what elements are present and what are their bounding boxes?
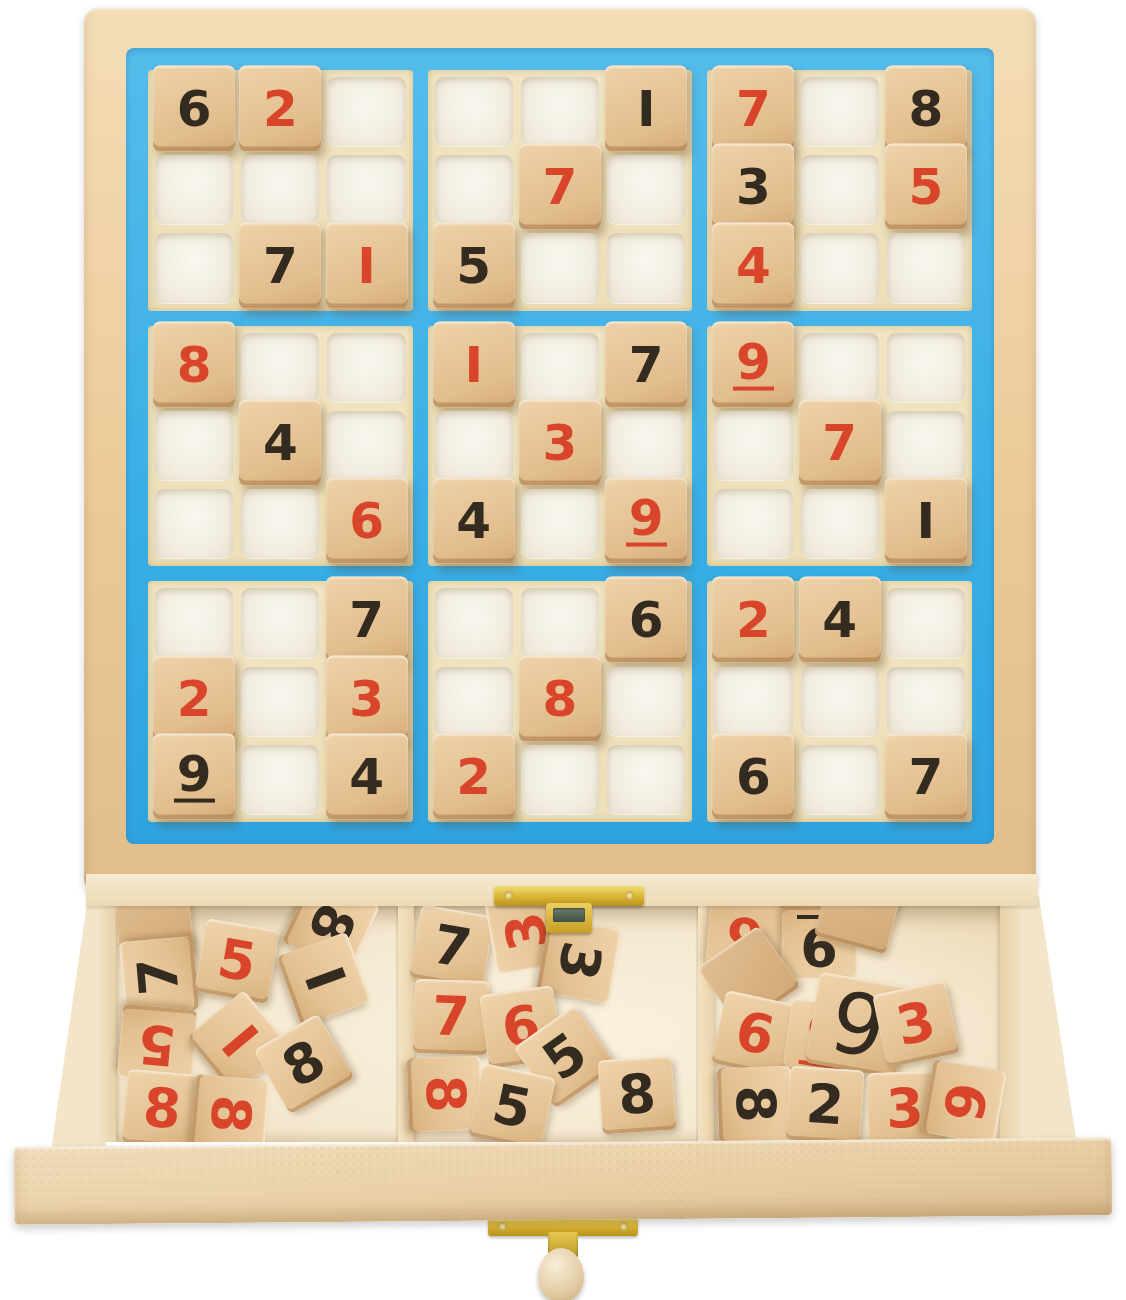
tile-digit: 8: [727, 1084, 782, 1123]
cell-r7c9[interactable]: [887, 588, 965, 658]
tile-digit: 4: [456, 496, 491, 546]
board-tile-r7c8-4[interactable]: 4: [799, 577, 881, 663]
cell-r9c7[interactable]: 6: [714, 745, 792, 815]
tile-digit: 8: [274, 1031, 334, 1097]
cell-r7c1[interactable]: [155, 588, 233, 658]
cell-r3c8[interactable]: [801, 233, 879, 303]
tile-digit: 8: [543, 673, 578, 723]
board-tile-r5c5-3[interactable]: 3: [519, 400, 601, 486]
tile-digit: 7: [130, 955, 187, 997]
cell-r5c9[interactable]: [887, 411, 965, 481]
drawer-tile-7[interactable]: 7: [413, 979, 490, 1056]
tile-digit: 4: [263, 418, 298, 468]
cell-r5c5[interactable]: 3: [521, 411, 599, 481]
drawer-tile-5[interactable]: 5: [194, 918, 280, 1004]
cell-r9c2[interactable]: [241, 745, 319, 815]
board-tile-r7c6-6[interactable]: 6: [605, 577, 687, 663]
board-tile-r9c9-7[interactable]: 7: [885, 733, 967, 819]
board-tile-r4c7-9[interactable]: 9: [712, 321, 794, 407]
cell-r4c8[interactable]: [801, 333, 879, 403]
tile-digit: 8: [177, 339, 212, 389]
cell-r3c6[interactable]: [607, 233, 685, 303]
tile-digit: I: [637, 84, 656, 134]
cell-r2c5[interactable]: 7: [521, 155, 599, 225]
board-tile-r2c7-3[interactable]: 3: [712, 144, 794, 230]
board-tile-r6c6-9[interactable]: 9: [605, 478, 687, 564]
tile-digit: 9: [174, 750, 215, 802]
cell-r6c6[interactable]: 9: [607, 489, 685, 559]
cell-r1c7[interactable]: 7: [714, 77, 792, 147]
cell-r6c5[interactable]: [521, 489, 599, 559]
cell-r1c2[interactable]: 2: [241, 77, 319, 147]
cell-r3c3[interactable]: I: [327, 233, 405, 303]
cell-r6c4[interactable]: 4: [435, 489, 513, 559]
drawer-tile-8[interactable]: 8: [717, 1066, 794, 1142]
cell-r9c6[interactable]: [607, 745, 685, 815]
block-3-3: 2467: [707, 581, 972, 822]
cell-r1c3[interactable]: [327, 77, 405, 147]
cell-r3c1[interactable]: [155, 233, 233, 303]
cell-r8c2[interactable]: [241, 667, 319, 737]
tile-digit: 2: [456, 751, 491, 801]
cell-r7c3[interactable]: 7: [327, 588, 405, 658]
tile-digit: 6: [731, 1004, 779, 1065]
block-2-2: I7349: [428, 326, 693, 567]
board-tile-r7c7-2[interactable]: 2: [712, 577, 794, 663]
tile-digit: 7: [822, 418, 857, 468]
cell-r7c5[interactable]: [521, 588, 599, 658]
tile-digit: 9: [626, 495, 667, 547]
cell-r3c2[interactable]: 7: [241, 233, 319, 303]
tile-digit: 5: [488, 1077, 536, 1138]
cell-r9c1[interactable]: 9: [155, 745, 233, 815]
tile-digit: 5: [136, 1015, 178, 1072]
cell-r7c6[interactable]: 6: [607, 588, 685, 658]
drawer-tile-8[interactable]: 8: [598, 1056, 677, 1135]
cell-r6c8[interactable]: [801, 489, 879, 559]
screw-icon: [619, 1222, 628, 1231]
screw-icon: [504, 891, 513, 900]
sudoku-board: 627II7578354846I734997I723946822467: [126, 48, 994, 844]
board-tile-r1c9-8[interactable]: 8: [885, 66, 967, 152]
cell-r5c8[interactable]: 7: [801, 411, 879, 481]
cell-r5c2[interactable]: 4: [241, 411, 319, 481]
block-3-2: 682: [428, 581, 693, 822]
tile-digit: 5: [214, 931, 260, 991]
block-1-1: 627I: [148, 70, 413, 311]
tile-digit: 3: [885, 1081, 924, 1136]
drawer-tile-7[interactable]: 7: [409, 904, 495, 990]
cell-r8c7[interactable]: [714, 667, 792, 737]
latch-slot-icon: [553, 908, 585, 922]
tile-digit: 6: [349, 496, 384, 546]
tile-digit: 7: [543, 162, 578, 212]
cell-r6c7[interactable]: [714, 489, 792, 559]
board-tile-r9c4-2[interactable]: 2: [433, 733, 515, 819]
tile-digit: 6: [629, 595, 664, 645]
cell-r1c5[interactable]: [521, 77, 599, 147]
board-tile-r8c5-8[interactable]: 8: [519, 655, 601, 741]
board-tile-r1c7-7[interactable]: 7: [712, 66, 794, 152]
cell-r2c9[interactable]: 5: [887, 155, 965, 225]
board-tile-r6c9-1[interactable]: I: [885, 478, 967, 564]
drawer-tile-2[interactable]: 2: [786, 1066, 865, 1142]
board-tile-r8c1-2[interactable]: 2: [153, 655, 235, 741]
cell-r2c8[interactable]: [801, 155, 879, 225]
cell-r8c9[interactable]: [887, 667, 965, 737]
cell-r5c7[interactable]: [714, 411, 792, 481]
screw-icon: [625, 891, 634, 900]
board-tile-r6c3-6[interactable]: 6: [326, 478, 408, 564]
cell-r4c2[interactable]: [241, 333, 319, 403]
tile-digit: 5: [908, 162, 943, 212]
cell-r3c5[interactable]: [521, 233, 599, 303]
cell-r7c7[interactable]: 2: [714, 588, 792, 658]
tile-digit: 7: [349, 595, 384, 645]
tile-digit: 3: [543, 418, 578, 468]
cell-r8c5[interactable]: 8: [521, 667, 599, 737]
cell-r4c3[interactable]: [327, 333, 405, 403]
board-tile-r7c3-7[interactable]: 7: [326, 577, 408, 663]
tile-digit: 6: [736, 751, 771, 801]
drawer-tile-6[interactable]: 6: [921, 1059, 1007, 1142]
drawer-tile-8[interactable]: 8: [190, 1074, 270, 1142]
cell-r9c8[interactable]: [801, 745, 879, 815]
tile-digit: 2: [736, 595, 771, 645]
tile-digit: 4: [736, 240, 771, 290]
block-2-1: 846: [148, 326, 413, 567]
cell-r2c4[interactable]: [435, 155, 513, 225]
drawer-tile-3[interactable]: 3: [872, 980, 960, 1068]
board-tile-r2c9-5[interactable]: 5: [885, 144, 967, 230]
cell-r3c9[interactable]: [887, 233, 965, 303]
tile-digit: 2: [177, 673, 212, 723]
tile-digit: 6: [934, 1079, 994, 1125]
cell-r1c9[interactable]: 8: [887, 77, 965, 147]
cell-r1c4[interactable]: [435, 77, 513, 147]
board-tile-r4c1-8[interactable]: 8: [153, 321, 235, 407]
board-tile-r1c6-1[interactable]: I: [605, 66, 687, 152]
block-1-2: I75: [428, 70, 693, 311]
board-tile-r6c4-4[interactable]: 4: [433, 478, 515, 564]
cell-r9c4[interactable]: 2: [435, 745, 513, 815]
box-left-wall: [46, 896, 106, 1152]
drawer-tiles: 758I5I8887733658586969938236: [100, 902, 1020, 1142]
cell-r1c1[interactable]: 6: [155, 77, 233, 147]
board-tile-r1c1-6[interactable]: 6: [153, 66, 235, 152]
board-tile-r8c3-3[interactable]: 3: [326, 655, 408, 741]
board-tile-r5c8-7[interactable]: 7: [799, 400, 881, 486]
cell-r9c5[interactable]: [521, 745, 599, 815]
tile-digit: 8: [417, 1074, 472, 1113]
tile-digit: 5: [456, 240, 491, 290]
board-tile-r5c2-4[interactable]: 4: [239, 400, 321, 486]
screw-icon: [498, 1222, 507, 1231]
tile-digit: 3: [892, 994, 940, 1055]
board-tile-r1c2-2[interactable]: 2: [239, 66, 321, 152]
board-tile-r4c6-7[interactable]: 7: [605, 321, 687, 407]
cell-r7c4[interactable]: [435, 588, 513, 658]
tile-digit: I: [464, 339, 483, 389]
board-tile-r3c7-4[interactable]: 4: [712, 222, 794, 308]
drawer-interior: 758I5I8887733658586969938236: [100, 902, 1020, 1142]
tile-digit: 3: [549, 938, 609, 984]
board-tile-r3c2-7[interactable]: 7: [239, 222, 321, 308]
cell-r5c4[interactable]: [435, 411, 513, 481]
cell-r2c6[interactable]: [607, 155, 685, 225]
tile-digit: 7: [629, 339, 664, 389]
cell-r2c3[interactable]: [327, 155, 405, 225]
tile-digit: 3: [349, 673, 384, 723]
cell-r8c8[interactable]: [801, 667, 879, 737]
tile-digit: 7: [429, 917, 475, 977]
tile-digit: 3: [736, 162, 771, 212]
tile-digit: 8: [141, 1080, 183, 1137]
cell-r3c7[interactable]: 4: [714, 233, 792, 303]
tile-digit: 2: [804, 1077, 845, 1133]
cell-r7c2[interactable]: [241, 588, 319, 658]
tile-digit: 4: [822, 595, 857, 645]
tile-digit: 8: [616, 1067, 657, 1123]
cell-r8c6[interactable]: [607, 667, 685, 737]
tile-digit: 8: [201, 1093, 258, 1135]
tile-digit: I: [357, 240, 376, 290]
box-right-wall: [1018, 896, 1078, 1152]
board-tile-r3c4-5[interactable]: 5: [433, 222, 515, 308]
tile-digit: 2: [263, 84, 298, 134]
cell-r4c7[interactable]: 9: [714, 333, 792, 403]
latch-catch-icon: [546, 903, 592, 933]
cell-r2c1[interactable]: [155, 155, 233, 225]
block-3-1: 72394: [148, 581, 413, 822]
tile-digit: 7: [908, 751, 943, 801]
cell-r4c6[interactable]: 7: [607, 333, 685, 403]
cell-r5c3[interactable]: [327, 411, 405, 481]
cell-r4c4[interactable]: I: [435, 333, 513, 403]
cell-r1c6[interactable]: I: [607, 77, 685, 147]
tile-digit: I: [917, 496, 936, 546]
drawer-tile-8[interactable]: 8: [122, 1069, 202, 1142]
cell-r6c1[interactable]: [155, 489, 233, 559]
cell-r5c6[interactable]: [607, 411, 685, 481]
cell-r4c5[interactable]: [521, 333, 599, 403]
tile-digit: 8: [908, 84, 943, 134]
cell-r9c9[interactable]: 7: [887, 745, 965, 815]
cell-r4c9[interactable]: [887, 333, 965, 403]
drawer-tile-5[interactable]: 5: [468, 1063, 556, 1142]
wood-grain-texture: [14, 1137, 1113, 1225]
sudoku-board-frame: 627II7578354846I734997I723946822467: [84, 8, 1036, 892]
cell-r8c3[interactable]: 3: [327, 667, 405, 737]
tile-digit: 7: [736, 84, 771, 134]
board-tile-r9c3-4[interactable]: 4: [326, 733, 408, 819]
cell-r3c4[interactable]: 5: [435, 233, 513, 303]
cell-r5c1[interactable]: [155, 411, 233, 481]
tile-digit: 4: [349, 751, 384, 801]
cell-r2c7[interactable]: 3: [714, 155, 792, 225]
tile-digit: 7: [263, 240, 298, 290]
board-tile-r3c3-1[interactable]: I: [326, 222, 408, 308]
tile-digit: 9: [733, 338, 774, 390]
board-tile-r2c5-7[interactable]: 7: [519, 144, 601, 230]
drawer-front-panel[interactable]: [14, 1137, 1113, 1225]
cell-r6c9[interactable]: I: [887, 489, 965, 559]
cell-r9c3[interactable]: 4: [327, 745, 405, 815]
tile-digit: I: [295, 960, 353, 997]
cell-r6c3[interactable]: 6: [327, 489, 405, 559]
sudoku-box-photo: 627II7578354846I734997I723946822467 758I…: [0, 0, 1126, 1300]
cell-r6c2[interactable]: [241, 489, 319, 559]
tile-digit: 7: [431, 989, 470, 1044]
cell-r8c4[interactable]: [435, 667, 513, 737]
board-tile-r9c7-6[interactable]: 6: [712, 733, 794, 819]
cell-r8c1[interactable]: 2: [155, 667, 233, 737]
board-tile-r4c4-1[interactable]: I: [433, 321, 515, 407]
board-tile-r9c1-9[interactable]: 9: [153, 733, 235, 819]
tile-digit: 6: [177, 84, 212, 134]
cell-r1c8[interactable]: [801, 77, 879, 147]
cell-r4c1[interactable]: 8: [155, 333, 233, 403]
cell-r2c2[interactable]: [241, 155, 319, 225]
drawer-knob[interactable]: [538, 1248, 584, 1300]
block-2-3: 97I: [707, 326, 972, 567]
cell-r7c8[interactable]: 4: [801, 588, 879, 658]
block-1-3: 78354: [707, 70, 972, 311]
